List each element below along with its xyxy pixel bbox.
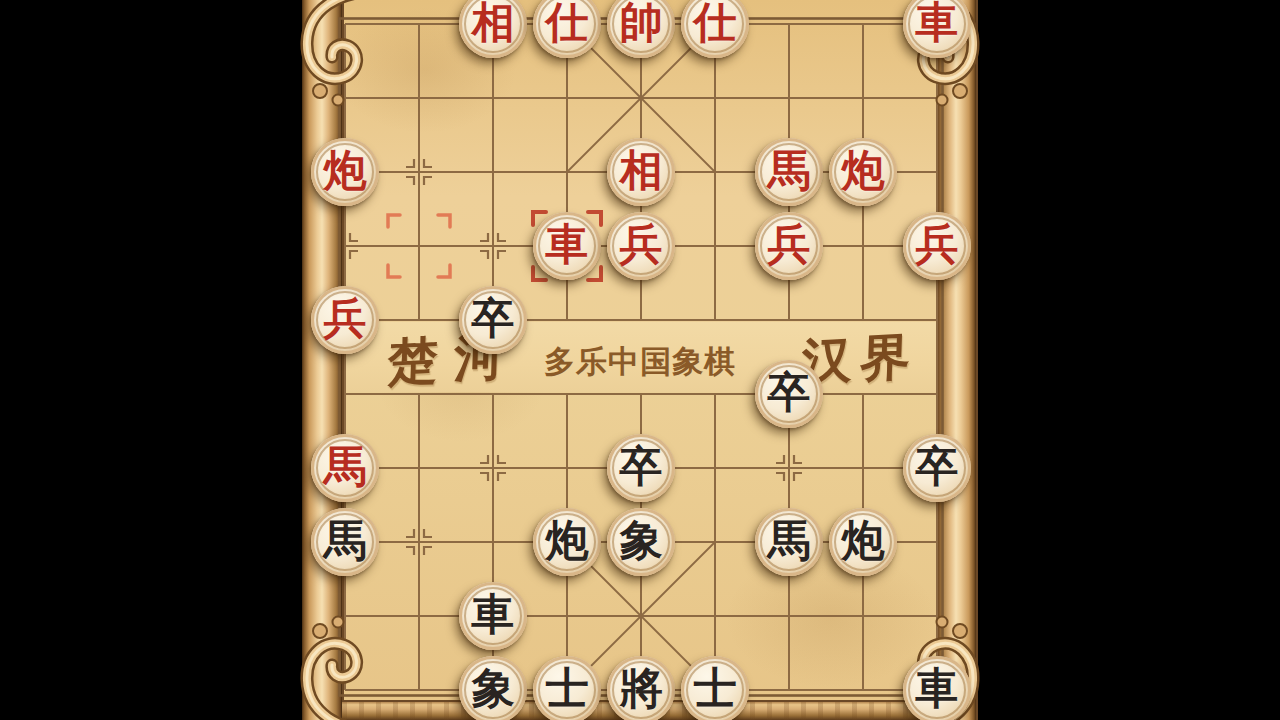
piece-red-chariot[interactable]: 車 [903,0,971,58]
piece-character: 車 [472,593,515,636]
piece-red-advisor[interactable]: 仕 [681,0,749,58]
piece-black-horse[interactable]: 馬 [755,508,823,576]
piece-character: 兵 [916,223,959,266]
piece-black-elephant[interactable]: 象 [607,508,675,576]
piece-red-cannon[interactable]: 炮 [311,138,379,206]
piece-character: 帥 [620,1,663,44]
piece-character: 炮 [842,149,885,192]
piece-character: 馬 [324,445,367,488]
piece-black-cannon[interactable]: 炮 [829,508,897,576]
piece-character: 卒 [472,297,515,340]
xiangqi-game-area: 楚河 多乐中国象棋 汉界 相仕帥仕車炮相馬炮車兵兵兵兵馬卒卒卒卒馬炮象馬炮車象士… [302,0,978,720]
piece-character: 兵 [324,297,367,340]
piece-character: 馬 [324,519,367,562]
letterbox-left [0,0,302,720]
piece-character: 卒 [916,445,959,488]
piece-red-soldier[interactable]: 兵 [903,212,971,280]
piece-red-soldier[interactable]: 兵 [755,212,823,280]
piece-black-soldier[interactable]: 卒 [755,360,823,428]
piece-character: 卒 [620,445,663,488]
piece-character: 士 [546,667,589,710]
piece-black-advisor[interactable]: 士 [681,656,749,720]
piece-character: 兵 [620,223,663,266]
piece-character: 馬 [768,519,811,562]
piece-red-general[interactable]: 帥 [607,0,675,58]
piece-red-elephant[interactable]: 相 [459,0,527,58]
piece-black-chariot[interactable]: 車 [903,656,971,720]
piece-character: 兵 [768,223,811,266]
piece-character: 車 [546,223,589,266]
piece-black-soldier[interactable]: 卒 [459,286,527,354]
piece-black-elephant[interactable]: 象 [459,656,527,720]
piece-black-soldier[interactable]: 卒 [903,434,971,502]
pieces-layer: 相仕帥仕車炮相馬炮車兵兵兵兵馬卒卒卒卒馬炮象馬炮車象士將士車 [302,0,978,720]
piece-character: 炮 [546,519,589,562]
piece-red-chariot[interactable]: 車 [533,212,601,280]
piece-character: 車 [916,1,959,44]
piece-black-general[interactable]: 將 [607,656,675,720]
screen: 楚河 多乐中国象棋 汉界 相仕帥仕車炮相馬炮車兵兵兵兵馬卒卒卒卒馬炮象馬炮車象士… [0,0,1280,720]
piece-character: 象 [620,519,663,562]
piece-red-cannon[interactable]: 炮 [829,138,897,206]
piece-black-soldier[interactable]: 卒 [607,434,675,502]
letterbox-right [978,0,1280,720]
piece-black-advisor[interactable]: 士 [533,656,601,720]
piece-red-horse[interactable]: 馬 [311,434,379,502]
piece-character: 仕 [694,1,737,44]
piece-character: 仕 [546,1,589,44]
piece-character: 卒 [768,371,811,414]
piece-character: 馬 [768,149,811,192]
piece-character: 車 [916,667,959,710]
piece-black-cannon[interactable]: 炮 [533,508,601,576]
piece-red-advisor[interactable]: 仕 [533,0,601,58]
piece-character: 象 [472,667,515,710]
piece-character: 炮 [324,149,367,192]
piece-character: 將 [620,667,663,710]
piece-character: 炮 [842,519,885,562]
piece-red-elephant[interactable]: 相 [607,138,675,206]
piece-red-soldier[interactable]: 兵 [607,212,675,280]
piece-character: 相 [472,1,515,44]
piece-character: 相 [620,149,663,192]
piece-red-horse[interactable]: 馬 [755,138,823,206]
piece-red-soldier[interactable]: 兵 [311,286,379,354]
piece-black-chariot[interactable]: 車 [459,582,527,650]
piece-black-horse[interactable]: 馬 [311,508,379,576]
piece-character: 士 [694,667,737,710]
